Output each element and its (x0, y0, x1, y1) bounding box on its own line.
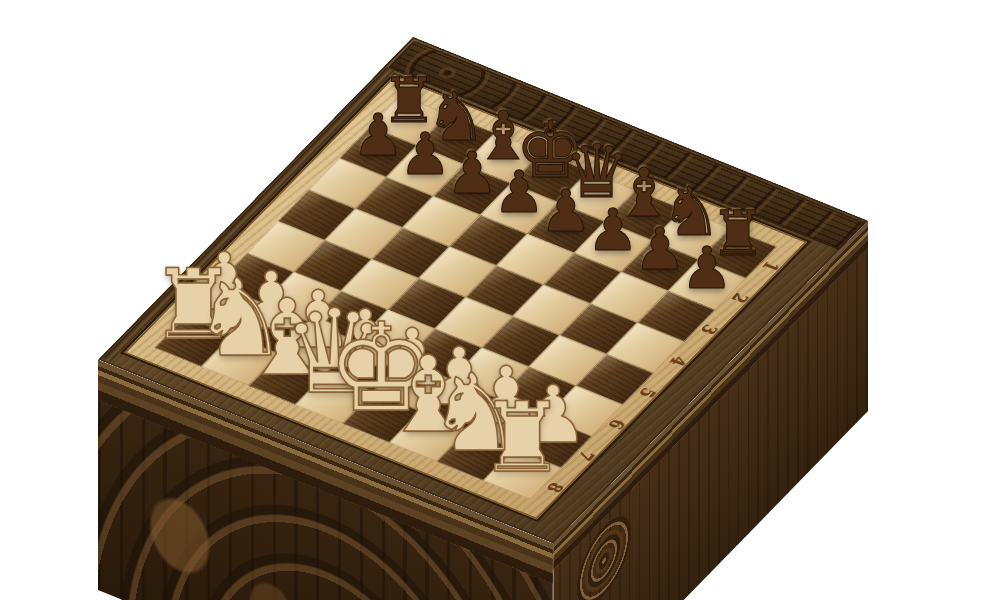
chess-set-photo: 12345678 ♜♞♟♝♟♚♟♛♟♝♟♞♟♜♟♟♟♟♜♟♞♟♝♟♛♟♚♟♝♟♞… (0, 0, 1000, 600)
